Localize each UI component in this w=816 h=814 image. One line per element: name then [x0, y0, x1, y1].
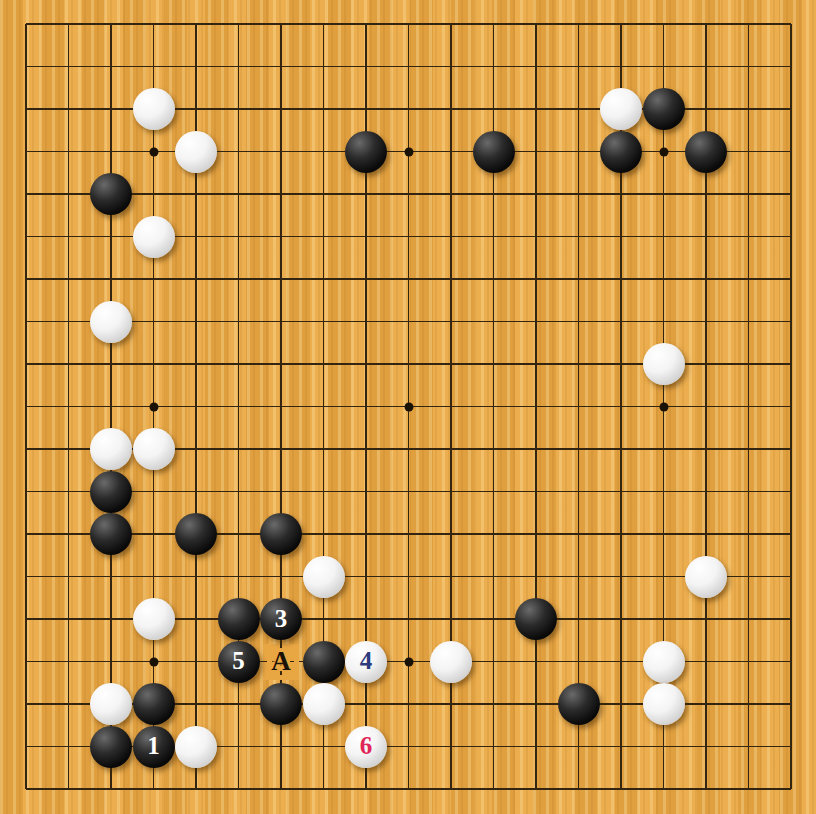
intersection-12-0[interactable]	[515, 3, 558, 46]
intersection-4-4[interactable]	[175, 173, 218, 216]
intersection-18-2[interactable]	[770, 88, 813, 131]
intersection-16-11[interactable]	[685, 470, 728, 513]
intersection-17-1[interactable]	[727, 45, 770, 88]
intersection-3-16[interactable]	[132, 683, 175, 726]
intersection-8-12[interactable]	[345, 513, 388, 556]
intersection-12-16[interactable]	[515, 683, 558, 726]
intersection-16-9[interactable]	[685, 385, 728, 428]
intersection-4-1[interactable]	[175, 45, 218, 88]
intersection-2-8[interactable]	[90, 343, 133, 386]
intersection-1-18[interactable]	[47, 768, 90, 811]
intersection-9-7[interactable]	[387, 300, 430, 343]
intersection-10-7[interactable]	[430, 300, 473, 343]
intersection-1-14[interactable]	[47, 598, 90, 641]
intersection-17-16[interactable]	[727, 683, 770, 726]
intersection-1-17[interactable]	[47, 725, 90, 768]
intersection-0-1[interactable]	[5, 45, 48, 88]
intersection-10-13[interactable]	[430, 555, 473, 598]
intersection-2-16[interactable]	[90, 683, 133, 726]
intersection-15-6[interactable]	[642, 258, 685, 301]
intersection-13-0[interactable]	[557, 3, 600, 46]
intersection-13-7[interactable]	[557, 300, 600, 343]
intersection-10-16[interactable]	[430, 683, 473, 726]
intersection-12-7[interactable]	[515, 300, 558, 343]
intersection-10-8[interactable]	[430, 343, 473, 386]
intersection-8-6[interactable]	[345, 258, 388, 301]
intersection-5-8[interactable]	[217, 343, 260, 386]
intersection-1-2[interactable]	[47, 88, 90, 131]
intersection-15-1[interactable]	[642, 45, 685, 88]
intersection-4-2[interactable]	[175, 88, 218, 131]
intersection-9-13[interactable]	[387, 555, 430, 598]
intersection-11-3[interactable]	[472, 130, 515, 173]
intersection-18-9[interactable]	[770, 385, 813, 428]
intersection-0-12[interactable]	[5, 513, 48, 556]
intersection-1-13[interactable]	[47, 555, 90, 598]
intersection-4-5[interactable]	[175, 215, 218, 258]
intersection-17-14[interactable]	[727, 598, 770, 641]
intersection-9-18[interactable]	[387, 768, 430, 811]
intersection-0-9[interactable]	[5, 385, 48, 428]
intersection-16-2[interactable]	[685, 88, 728, 131]
intersection-7-15[interactable]	[302, 640, 345, 683]
intersection-7-0[interactable]	[302, 3, 345, 46]
intersection-17-0[interactable]	[727, 3, 770, 46]
intersection-16-3[interactable]	[685, 130, 728, 173]
intersection-6-7[interactable]	[260, 300, 303, 343]
intersection-9-10[interactable]	[387, 428, 430, 471]
intersection-6-12[interactable]	[260, 513, 303, 556]
intersection-5-5[interactable]	[217, 215, 260, 258]
intersection-17-2[interactable]	[727, 88, 770, 131]
intersection-5-12[interactable]	[217, 513, 260, 556]
intersection-4-0[interactable]	[175, 3, 218, 46]
intersection-13-11[interactable]	[557, 470, 600, 513]
intersection-6-1[interactable]	[260, 45, 303, 88]
intersection-3-5[interactable]	[132, 215, 175, 258]
intersection-16-16[interactable]	[685, 683, 728, 726]
intersection-3-14[interactable]	[132, 598, 175, 641]
intersection-18-18[interactable]	[770, 768, 813, 811]
intersection-9-8[interactable]	[387, 343, 430, 386]
intersection-17-5[interactable]	[727, 215, 770, 258]
intersection-16-17[interactable]	[685, 725, 728, 768]
intersection-10-18[interactable]	[430, 768, 473, 811]
intersection-11-8[interactable]	[472, 343, 515, 386]
intersection-13-18[interactable]	[557, 768, 600, 811]
intersection-2-4[interactable]	[90, 173, 133, 216]
intersection-10-6[interactable]	[430, 258, 473, 301]
intersection-6-10[interactable]	[260, 428, 303, 471]
intersection-3-7[interactable]	[132, 300, 175, 343]
intersection-16-8[interactable]	[685, 343, 728, 386]
intersection-15-11[interactable]	[642, 470, 685, 513]
intersection-6-17[interactable]	[260, 725, 303, 768]
intersection-11-10[interactable]	[472, 428, 515, 471]
intersection-7-9[interactable]	[302, 385, 345, 428]
intersection-8-5[interactable]	[345, 215, 388, 258]
intersection-7-14[interactable]	[302, 598, 345, 641]
intersection-16-10[interactable]	[685, 428, 728, 471]
intersection-7-13[interactable]	[302, 555, 345, 598]
intersection-16-5[interactable]	[685, 215, 728, 258]
intersection-15-3[interactable]	[642, 130, 685, 173]
intersection-0-7[interactable]	[5, 300, 48, 343]
intersection-10-10[interactable]	[430, 428, 473, 471]
intersection-1-1[interactable]	[47, 45, 90, 88]
intersection-15-16[interactable]	[642, 683, 685, 726]
intersection-14-17[interactable]	[600, 725, 643, 768]
intersection-5-18[interactable]	[217, 768, 260, 811]
intersection-13-12[interactable]	[557, 513, 600, 556]
intersection-3-4[interactable]	[132, 173, 175, 216]
intersection-17-12[interactable]	[727, 513, 770, 556]
intersection-12-3[interactable]	[515, 130, 558, 173]
intersection-14-8[interactable]	[600, 343, 643, 386]
intersection-2-11[interactable]	[90, 470, 133, 513]
intersection-18-0[interactable]	[770, 3, 813, 46]
intersection-1-7[interactable]	[47, 300, 90, 343]
intersection-5-9[interactable]	[217, 385, 260, 428]
intersection-1-15[interactable]	[47, 640, 90, 683]
intersection-14-4[interactable]	[600, 173, 643, 216]
intersection-6-9[interactable]	[260, 385, 303, 428]
intersection-9-12[interactable]	[387, 513, 430, 556]
intersection-8-0[interactable]	[345, 3, 388, 46]
intersection-10-4[interactable]	[430, 173, 473, 216]
intersection-0-16[interactable]	[5, 683, 48, 726]
intersection-2-15[interactable]	[90, 640, 133, 683]
intersection-5-1[interactable]	[217, 45, 260, 88]
intersection-9-0[interactable]	[387, 3, 430, 46]
intersection-13-1[interactable]	[557, 45, 600, 88]
intersection-5-3[interactable]	[217, 130, 260, 173]
intersection-7-6[interactable]	[302, 258, 345, 301]
intersection-7-1[interactable]	[302, 45, 345, 88]
intersection-6-13[interactable]	[260, 555, 303, 598]
intersection-17-7[interactable]	[727, 300, 770, 343]
intersection-10-3[interactable]	[430, 130, 473, 173]
intersection-16-18[interactable]	[685, 768, 728, 811]
intersection-11-2[interactable]	[472, 88, 515, 131]
intersection-1-3[interactable]	[47, 130, 90, 173]
intersection-17-13[interactable]	[727, 555, 770, 598]
intersection-2-2[interactable]	[90, 88, 133, 131]
intersection-0-11[interactable]	[5, 470, 48, 513]
intersection-8-9[interactable]	[345, 385, 388, 428]
intersection-3-11[interactable]	[132, 470, 175, 513]
intersection-7-3[interactable]	[302, 130, 345, 173]
intersection-8-15[interactable]: 4	[345, 640, 388, 683]
intersection-0-13[interactable]	[5, 555, 48, 598]
intersection-11-16[interactable]	[472, 683, 515, 726]
intersection-12-2[interactable]	[515, 88, 558, 131]
intersection-15-8[interactable]	[642, 343, 685, 386]
intersection-4-3[interactable]	[175, 130, 218, 173]
intersection-0-4[interactable]	[5, 173, 48, 216]
intersection-7-2[interactable]	[302, 88, 345, 131]
intersection-3-0[interactable]	[132, 3, 175, 46]
intersection-13-6[interactable]	[557, 258, 600, 301]
intersection-8-17[interactable]: 6	[345, 725, 388, 768]
intersection-7-18[interactable]	[302, 768, 345, 811]
intersection-1-9[interactable]	[47, 385, 90, 428]
intersection-3-13[interactable]	[132, 555, 175, 598]
intersection-10-12[interactable]	[430, 513, 473, 556]
intersection-4-17[interactable]	[175, 725, 218, 768]
intersection-0-18[interactable]	[5, 768, 48, 811]
intersection-14-5[interactable]	[600, 215, 643, 258]
intersection-12-1[interactable]	[515, 45, 558, 88]
intersection-14-16[interactable]	[600, 683, 643, 726]
intersection-0-3[interactable]	[5, 130, 48, 173]
intersection-5-15[interactable]: 5	[217, 640, 260, 683]
intersection-11-0[interactable]	[472, 3, 515, 46]
intersection-15-0[interactable]	[642, 3, 685, 46]
intersection-15-9[interactable]	[642, 385, 685, 428]
intersection-4-6[interactable]	[175, 258, 218, 301]
intersection-10-11[interactable]	[430, 470, 473, 513]
intersection-8-8[interactable]	[345, 343, 388, 386]
intersection-11-14[interactable]	[472, 598, 515, 641]
intersection-4-8[interactable]	[175, 343, 218, 386]
intersection-12-10[interactable]	[515, 428, 558, 471]
intersection-16-1[interactable]	[685, 45, 728, 88]
intersection-13-2[interactable]	[557, 88, 600, 131]
intersection-6-6[interactable]	[260, 258, 303, 301]
intersection-17-17[interactable]	[727, 725, 770, 768]
intersection-8-3[interactable]	[345, 130, 388, 173]
intersection-5-6[interactable]	[217, 258, 260, 301]
intersection-1-4[interactable]	[47, 173, 90, 216]
intersection-2-5[interactable]	[90, 215, 133, 258]
intersection-18-3[interactable]	[770, 130, 813, 173]
intersection-13-13[interactable]	[557, 555, 600, 598]
intersection-13-5[interactable]	[557, 215, 600, 258]
intersection-5-2[interactable]	[217, 88, 260, 131]
intersection-15-17[interactable]	[642, 725, 685, 768]
intersection-18-12[interactable]	[770, 513, 813, 556]
intersection-7-16[interactable]	[302, 683, 345, 726]
intersection-12-14[interactable]	[515, 598, 558, 641]
intersection-15-14[interactable]	[642, 598, 685, 641]
intersection-15-18[interactable]	[642, 768, 685, 811]
intersection-0-5[interactable]	[5, 215, 48, 258]
intersection-18-8[interactable]	[770, 343, 813, 386]
intersection-12-5[interactable]	[515, 215, 558, 258]
intersection-0-6[interactable]	[5, 258, 48, 301]
intersection-16-7[interactable]	[685, 300, 728, 343]
intersection-13-14[interactable]	[557, 598, 600, 641]
intersection-18-11[interactable]	[770, 470, 813, 513]
intersection-12-4[interactable]	[515, 173, 558, 216]
intersection-18-6[interactable]	[770, 258, 813, 301]
intersection-5-13[interactable]	[217, 555, 260, 598]
intersection-13-15[interactable]	[557, 640, 600, 683]
intersection-10-15[interactable]	[430, 640, 473, 683]
intersection-18-15[interactable]	[770, 640, 813, 683]
intersection-15-13[interactable]	[642, 555, 685, 598]
intersection-6-2[interactable]	[260, 88, 303, 131]
intersection-10-0[interactable]	[430, 3, 473, 46]
intersection-0-2[interactable]	[5, 88, 48, 131]
intersection-6-3[interactable]	[260, 130, 303, 173]
intersection-18-14[interactable]	[770, 598, 813, 641]
intersection-15-5[interactable]	[642, 215, 685, 258]
intersection-5-10[interactable]	[217, 428, 260, 471]
intersection-14-6[interactable]	[600, 258, 643, 301]
intersection-12-17[interactable]	[515, 725, 558, 768]
intersection-4-11[interactable]	[175, 470, 218, 513]
intersection-9-17[interactable]	[387, 725, 430, 768]
intersection-15-4[interactable]	[642, 173, 685, 216]
intersection-9-6[interactable]	[387, 258, 430, 301]
intersection-14-2[interactable]	[600, 88, 643, 131]
intersection-1-0[interactable]	[47, 3, 90, 46]
intersection-0-17[interactable]	[5, 725, 48, 768]
intersection-16-15[interactable]	[685, 640, 728, 683]
intersection-1-8[interactable]	[47, 343, 90, 386]
intersection-2-0[interactable]	[90, 3, 133, 46]
intersection-5-0[interactable]	[217, 3, 260, 46]
intersection-3-10[interactable]	[132, 428, 175, 471]
intersection-11-6[interactable]	[472, 258, 515, 301]
intersection-13-16[interactable]	[557, 683, 600, 726]
intersection-10-17[interactable]	[430, 725, 473, 768]
intersection-9-4[interactable]	[387, 173, 430, 216]
intersection-7-4[interactable]	[302, 173, 345, 216]
intersection-18-4[interactable]	[770, 173, 813, 216]
intersection-0-10[interactable]	[5, 428, 48, 471]
intersection-11-13[interactable]	[472, 555, 515, 598]
intersection-2-12[interactable]	[90, 513, 133, 556]
intersection-6-8[interactable]	[260, 343, 303, 386]
intersection-11-5[interactable]	[472, 215, 515, 258]
intersection-1-16[interactable]	[47, 683, 90, 726]
intersection-0-8[interactable]	[5, 343, 48, 386]
intersection-3-18[interactable]	[132, 768, 175, 811]
intersection-14-7[interactable]	[600, 300, 643, 343]
intersection-12-11[interactable]	[515, 470, 558, 513]
intersection-12-8[interactable]	[515, 343, 558, 386]
intersection-15-12[interactable]	[642, 513, 685, 556]
intersection-11-11[interactable]	[472, 470, 515, 513]
intersection-5-11[interactable]	[217, 470, 260, 513]
intersection-6-11[interactable]	[260, 470, 303, 513]
intersection-18-16[interactable]	[770, 683, 813, 726]
intersection-9-1[interactable]	[387, 45, 430, 88]
intersection-18-5[interactable]	[770, 215, 813, 258]
intersection-2-13[interactable]	[90, 555, 133, 598]
intersection-14-18[interactable]	[600, 768, 643, 811]
intersection-17-6[interactable]	[727, 258, 770, 301]
intersection-13-17[interactable]	[557, 725, 600, 768]
intersection-2-1[interactable]	[90, 45, 133, 88]
intersection-11-18[interactable]	[472, 768, 515, 811]
intersection-6-0[interactable]	[260, 3, 303, 46]
intersection-3-9[interactable]	[132, 385, 175, 428]
intersection-4-9[interactable]	[175, 385, 218, 428]
intersection-10-14[interactable]	[430, 598, 473, 641]
intersection-14-0[interactable]	[600, 3, 643, 46]
intersection-11-17[interactable]	[472, 725, 515, 768]
intersection-3-2[interactable]	[132, 88, 175, 131]
intersection-13-8[interactable]	[557, 343, 600, 386]
intersection-2-6[interactable]	[90, 258, 133, 301]
intersection-4-15[interactable]	[175, 640, 218, 683]
intersection-2-10[interactable]	[90, 428, 133, 471]
intersection-18-17[interactable]	[770, 725, 813, 768]
intersection-7-17[interactable]	[302, 725, 345, 768]
intersection-13-10[interactable]	[557, 428, 600, 471]
intersection-0-15[interactable]	[5, 640, 48, 683]
intersection-16-13[interactable]	[685, 555, 728, 598]
intersection-1-6[interactable]	[47, 258, 90, 301]
intersection-18-13[interactable]	[770, 555, 813, 598]
intersection-5-7[interactable]	[217, 300, 260, 343]
intersection-8-10[interactable]	[345, 428, 388, 471]
intersection-1-5[interactable]	[47, 215, 90, 258]
intersection-2-18[interactable]	[90, 768, 133, 811]
intersection-12-18[interactable]	[515, 768, 558, 811]
intersection-6-18[interactable]	[260, 768, 303, 811]
intersection-14-15[interactable]	[600, 640, 643, 683]
intersection-8-1[interactable]	[345, 45, 388, 88]
intersection-14-1[interactable]	[600, 45, 643, 88]
intersection-5-17[interactable]	[217, 725, 260, 768]
intersection-14-11[interactable]	[600, 470, 643, 513]
intersection-17-9[interactable]	[727, 385, 770, 428]
intersection-16-14[interactable]	[685, 598, 728, 641]
intersection-10-1[interactable]	[430, 45, 473, 88]
intersection-14-12[interactable]	[600, 513, 643, 556]
intersection-3-15[interactable]	[132, 640, 175, 683]
intersection-14-14[interactable]	[600, 598, 643, 641]
intersection-9-5[interactable]	[387, 215, 430, 258]
intersection-7-5[interactable]	[302, 215, 345, 258]
intersection-4-14[interactable]	[175, 598, 218, 641]
intersection-9-14[interactable]	[387, 598, 430, 641]
intersection-4-10[interactable]	[175, 428, 218, 471]
intersection-12-13[interactable]	[515, 555, 558, 598]
intersection-4-12[interactable]	[175, 513, 218, 556]
intersection-3-8[interactable]	[132, 343, 175, 386]
intersection-6-15[interactable]: A	[260, 640, 303, 683]
intersection-15-10[interactable]	[642, 428, 685, 471]
intersection-11-9[interactable]	[472, 385, 515, 428]
intersection-14-13[interactable]	[600, 555, 643, 598]
intersection-9-9[interactable]	[387, 385, 430, 428]
intersection-16-12[interactable]	[685, 513, 728, 556]
intersection-18-7[interactable]	[770, 300, 813, 343]
intersection-12-12[interactable]	[515, 513, 558, 556]
intersection-17-4[interactable]	[727, 173, 770, 216]
intersection-3-3[interactable]	[132, 130, 175, 173]
intersection-17-10[interactable]	[727, 428, 770, 471]
intersection-10-2[interactable]	[430, 88, 473, 131]
intersection-16-0[interactable]	[685, 3, 728, 46]
intersection-7-11[interactable]	[302, 470, 345, 513]
intersection-17-18[interactable]	[727, 768, 770, 811]
intersection-17-3[interactable]	[727, 130, 770, 173]
intersection-9-2[interactable]	[387, 88, 430, 131]
intersection-11-7[interactable]	[472, 300, 515, 343]
intersection-2-14[interactable]	[90, 598, 133, 641]
intersection-3-12[interactable]	[132, 513, 175, 556]
intersection-1-10[interactable]	[47, 428, 90, 471]
intersection-8-7[interactable]	[345, 300, 388, 343]
intersection-8-2[interactable]	[345, 88, 388, 131]
